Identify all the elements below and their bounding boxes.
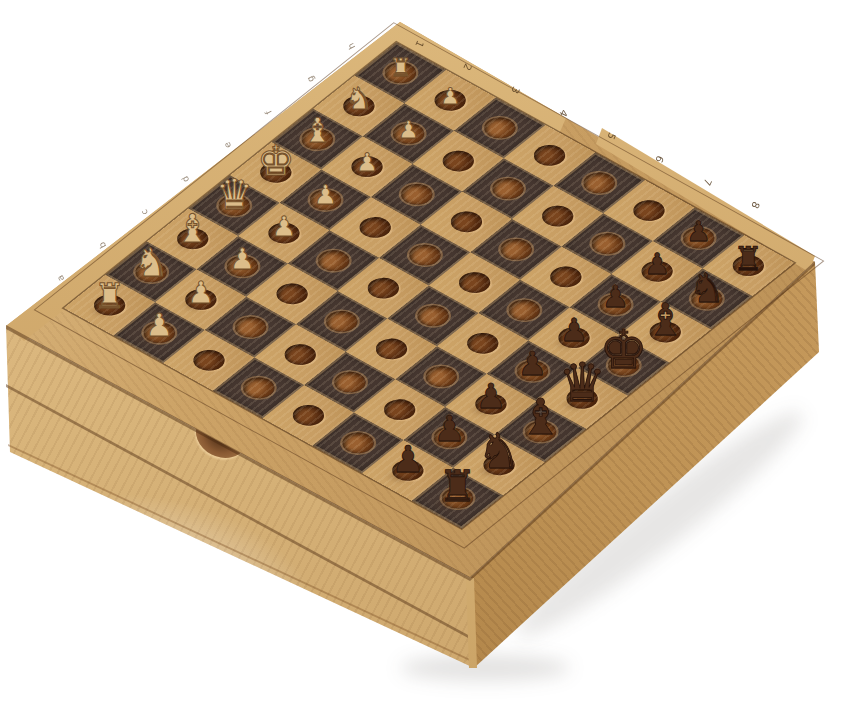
file-label-d: d [181, 174, 192, 183]
peg-hole [528, 141, 572, 170]
piece-black-rook-h8[interactable]: ♜ [734, 242, 764, 275]
piece-white-rook-h1[interactable]: ♜ [389, 56, 411, 81]
peg-hole [419, 362, 463, 391]
peg-hole [478, 113, 522, 142]
piece-white-pawn-d2[interactable]: ♟ [271, 214, 296, 242]
piece-black-king-e8[interactable]: ♚ [600, 323, 648, 377]
piece-black-pawn-c7[interactable]: ♟ [475, 379, 506, 413]
piece-white-pawn-g2[interactable]: ♟ [398, 117, 420, 141]
file-label-b: b [98, 240, 109, 249]
peg-hole [328, 368, 372, 397]
peg-hole [461, 329, 505, 358]
piece-black-pawn-d7[interactable]: ♟ [518, 347, 548, 380]
peg-hole [187, 346, 231, 375]
peg-hole [536, 202, 580, 231]
peg-hole [278, 340, 322, 369]
peg-hole [486, 174, 530, 203]
piece-white-rook-a1[interactable]: ♜ [94, 280, 125, 315]
peg-hole [353, 213, 397, 242]
piece-white-pawn-a2[interactable]: ♟ [145, 310, 173, 342]
peg-hole [445, 207, 489, 236]
piece-white-pawn-f2[interactable]: ♟ [356, 149, 379, 174]
piece-black-pawn-f7[interactable]: ♟ [602, 283, 629, 314]
piece-black-rook-a8[interactable]: ♜ [438, 465, 477, 508]
piece-black-bishop-c8[interactable]: ♝ [518, 393, 563, 443]
file-label-h: h [347, 41, 358, 50]
peg-hole [378, 395, 422, 424]
peg-hole [502, 296, 546, 325]
peg-hole [395, 180, 439, 209]
piece-white-pawn-b2[interactable]: ♟ [187, 278, 214, 308]
piece-white-pawn-c2[interactable]: ♟ [229, 246, 255, 275]
piece-black-bishop-f8[interactable]: ♝ [645, 298, 685, 342]
piece-white-pawn-h2[interactable]: ♟ [440, 85, 460, 108]
file-label-g: g [305, 74, 316, 83]
piece-white-queen-d1[interactable]: ♛ [215, 174, 253, 216]
piece-white-bishop-c1[interactable]: ♝ [175, 209, 210, 248]
file-label-c: c [139, 208, 149, 217]
piece-black-queen-d8[interactable]: ♛ [558, 356, 606, 410]
travel-chess-set-photo: 12345678abcdefgh ♜♞♝♛♚♝♞♜♟♟♟♟♟♟♟♟♟♟♟♟♟♟♟… [0, 0, 850, 713]
peg-hole [544, 262, 588, 291]
peg-hole [577, 168, 621, 197]
file-label-e: e [222, 141, 233, 150]
peg-hole [286, 401, 330, 430]
piece-black-pawn-h7[interactable]: ♟ [686, 218, 711, 246]
peg-hole [403, 240, 447, 269]
peg-hole [370, 334, 414, 363]
piece-black-pawn-g7[interactable]: ♟ [644, 250, 670, 279]
piece-black-knight-g8[interactable]: ♞ [689, 268, 725, 309]
peg-hole [312, 246, 356, 275]
piece-black-knight-b8[interactable]: ♞ [477, 427, 521, 476]
piece-black-pawn-a7[interactable]: ♟ [391, 443, 424, 480]
peg-hole [436, 146, 480, 175]
peg-hole [229, 312, 273, 341]
file-label-f: f [264, 109, 273, 116]
peg-hole [585, 229, 629, 258]
rank-label-8: 8 [749, 200, 761, 210]
peg-hole [453, 268, 497, 297]
box-cast-shadow-corner [400, 655, 570, 681]
peg-hole [494, 235, 538, 264]
piece-white-bishop-f1[interactable]: ♝ [302, 114, 332, 148]
peg-hole [270, 279, 314, 308]
piece-white-knight-g1[interactable]: ♞ [345, 84, 372, 115]
rank-label-7: 7 [701, 177, 713, 187]
peg-hole [320, 307, 364, 336]
peg-hole [237, 373, 281, 402]
piece-white-knight-b1[interactable]: ♞ [134, 243, 169, 282]
peg-hole [361, 274, 405, 303]
piece-white-king-e1[interactable]: ♚ [257, 141, 294, 183]
piece-black-pawn-e7[interactable]: ♟ [560, 315, 589, 347]
piece-white-pawn-e2[interactable]: ♟ [314, 182, 338, 209]
peg-hole [627, 196, 671, 225]
peg-hole [336, 428, 380, 457]
piece-black-pawn-b7[interactable]: ♟ [433, 411, 465, 447]
peg-hole [411, 301, 455, 330]
